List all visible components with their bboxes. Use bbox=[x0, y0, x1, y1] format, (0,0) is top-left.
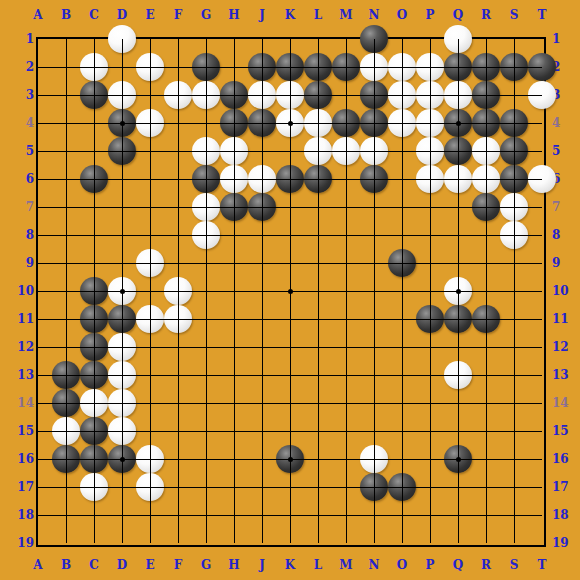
row-label-right-3: 3 bbox=[552, 88, 580, 102]
grid-line-vertical bbox=[346, 39, 347, 543]
column-label-top-F: F bbox=[168, 8, 188, 22]
column-label-bottom-P: P bbox=[420, 558, 440, 572]
row-label-right-1: 1 bbox=[552, 32, 580, 46]
row-label-left-4: 4 bbox=[4, 116, 34, 130]
column-label-top-M: M bbox=[336, 8, 356, 22]
star-point-Q10 bbox=[456, 289, 461, 294]
row-label-right-5: 5 bbox=[552, 144, 580, 158]
grid-line-horizontal bbox=[38, 515, 542, 516]
column-label-bottom-D: D bbox=[112, 558, 132, 572]
row-label-left-19: 19 bbox=[4, 536, 34, 550]
column-label-bottom-L: L bbox=[308, 558, 328, 572]
column-label-top-S: S bbox=[504, 8, 524, 22]
star-point-D4 bbox=[120, 121, 125, 126]
column-label-top-T: T bbox=[532, 8, 552, 22]
row-label-left-2: 2 bbox=[4, 60, 34, 74]
row-label-right-18: 18 bbox=[552, 508, 580, 522]
grid-line-horizontal bbox=[38, 487, 542, 488]
row-label-right-19: 19 bbox=[552, 536, 580, 550]
row-label-right-2: 2 bbox=[552, 60, 580, 74]
column-label-bottom-H: H bbox=[224, 558, 244, 572]
column-label-top-B: B bbox=[56, 8, 76, 22]
row-label-left-16: 16 bbox=[4, 452, 34, 466]
column-label-top-R: R bbox=[476, 8, 496, 22]
column-label-bottom-S: S bbox=[504, 558, 524, 572]
star-point-D16 bbox=[120, 457, 125, 462]
row-label-right-14: 14 bbox=[552, 396, 580, 410]
column-label-top-E: E bbox=[140, 8, 160, 22]
column-label-bottom-T: T bbox=[532, 558, 552, 572]
row-label-right-8: 8 bbox=[552, 228, 580, 242]
row-label-left-7: 7 bbox=[4, 200, 34, 214]
row-label-right-15: 15 bbox=[552, 424, 580, 438]
row-label-right-7: 7 bbox=[552, 200, 580, 214]
row-label-right-13: 13 bbox=[552, 368, 580, 382]
grid-line-vertical bbox=[402, 39, 403, 543]
row-label-left-12: 12 bbox=[4, 340, 34, 354]
star-point-D10 bbox=[120, 289, 125, 294]
row-label-left-1: 1 bbox=[4, 32, 34, 46]
row-label-right-9: 9 bbox=[552, 256, 580, 270]
row-label-right-12: 12 bbox=[552, 340, 580, 354]
star-point-Q16 bbox=[456, 457, 461, 462]
grid-line-horizontal bbox=[38, 403, 542, 404]
row-label-left-18: 18 bbox=[4, 508, 34, 522]
row-label-left-9: 9 bbox=[4, 256, 34, 270]
row-label-left-6: 6 bbox=[4, 172, 34, 186]
column-label-bottom-N: N bbox=[364, 558, 384, 572]
column-label-top-G: G bbox=[196, 8, 216, 22]
grid-line-vertical bbox=[486, 39, 487, 543]
row-label-right-16: 16 bbox=[552, 452, 580, 466]
row-label-left-17: 17 bbox=[4, 480, 34, 494]
row-label-right-10: 10 bbox=[552, 284, 580, 298]
column-label-bottom-A: A bbox=[28, 558, 48, 572]
column-label-bottom-Q: Q bbox=[448, 558, 468, 572]
column-label-bottom-E: E bbox=[140, 558, 160, 572]
column-label-top-C: C bbox=[84, 8, 104, 22]
grid-line-horizontal bbox=[38, 431, 542, 432]
column-label-bottom-J: J bbox=[252, 558, 272, 572]
grid-line-vertical bbox=[430, 39, 431, 543]
row-label-left-11: 11 bbox=[4, 312, 34, 326]
grid-line-vertical bbox=[318, 39, 319, 543]
star-point-K16 bbox=[288, 457, 293, 462]
column-label-top-Q: Q bbox=[448, 8, 468, 22]
column-label-top-K: K bbox=[280, 8, 300, 22]
column-label-top-J: J bbox=[252, 8, 272, 22]
grid-line-horizontal bbox=[38, 319, 542, 320]
column-label-top-O: O bbox=[392, 8, 412, 22]
row-label-right-4: 4 bbox=[552, 116, 580, 130]
row-label-left-14: 14 bbox=[4, 396, 34, 410]
column-label-top-D: D bbox=[112, 8, 132, 22]
grid-line-horizontal bbox=[38, 375, 542, 376]
row-label-left-3: 3 bbox=[4, 88, 34, 102]
grid-line-vertical bbox=[514, 39, 515, 543]
star-point-K10 bbox=[288, 289, 293, 294]
column-label-bottom-B: B bbox=[56, 558, 76, 572]
row-label-left-8: 8 bbox=[4, 228, 34, 242]
column-label-bottom-F: F bbox=[168, 558, 188, 572]
column-label-top-P: P bbox=[420, 8, 440, 22]
column-label-bottom-G: G bbox=[196, 558, 216, 572]
star-point-Q4 bbox=[456, 121, 461, 126]
column-label-bottom-O: O bbox=[392, 558, 412, 572]
row-label-left-13: 13 bbox=[4, 368, 34, 382]
star-point-K4 bbox=[288, 121, 293, 126]
go-board-screenshot: ABCDEFGHJKLMNOPQRST ABCDEFGHJKLMNOPQRST … bbox=[0, 0, 580, 580]
column-label-bottom-M: M bbox=[336, 558, 356, 572]
column-label-top-N: N bbox=[364, 8, 384, 22]
column-label-bottom-C: C bbox=[84, 558, 104, 572]
grid-line-vertical bbox=[374, 39, 375, 543]
row-label-left-10: 10 bbox=[4, 284, 34, 298]
row-label-right-6: 6 bbox=[552, 172, 580, 186]
column-label-bottom-R: R bbox=[476, 558, 496, 572]
grid-line-horizontal bbox=[38, 347, 542, 348]
column-label-top-L: L bbox=[308, 8, 328, 22]
row-label-right-17: 17 bbox=[552, 480, 580, 494]
row-label-left-15: 15 bbox=[4, 424, 34, 438]
column-label-top-A: A bbox=[28, 8, 48, 22]
column-label-top-H: H bbox=[224, 8, 244, 22]
row-label-left-5: 5 bbox=[4, 144, 34, 158]
column-label-bottom-K: K bbox=[280, 558, 300, 572]
row-label-right-11: 11 bbox=[552, 312, 580, 326]
